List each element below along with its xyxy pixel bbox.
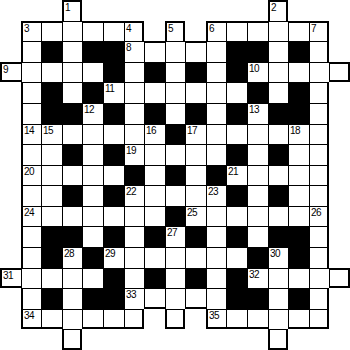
black-cell-r6c15 xyxy=(288,103,309,124)
black-cell-r12c10 xyxy=(185,226,206,247)
clue-number-34: 34 xyxy=(24,310,34,321)
cell-r5c8[interactable] xyxy=(144,82,165,103)
black-cell-r5c15 xyxy=(288,82,309,103)
clue-number-21: 21 xyxy=(228,166,238,177)
cell-r7c7[interactable] xyxy=(124,124,144,144)
cell-r2c7[interactable]: 4 xyxy=(124,21,144,41)
cell-r13c2[interactable] xyxy=(21,247,41,268)
cell-r5c2[interactable] xyxy=(21,82,41,103)
black-cell-r9c9 xyxy=(165,165,185,185)
black-cell-r10c12 xyxy=(226,185,247,206)
cell-r3c11[interactable] xyxy=(206,41,226,62)
black-cell-r10c14 xyxy=(268,185,288,206)
cell-r16c16[interactable] xyxy=(309,309,329,329)
clue-number-26: 26 xyxy=(311,207,321,218)
cell-r6c11[interactable] xyxy=(206,103,226,124)
cell-r14c2[interactable] xyxy=(21,268,41,288)
black-cell-r12c12 xyxy=(226,226,247,247)
cell-r5c9[interactable] xyxy=(165,82,185,103)
cell-r14c16[interactable] xyxy=(309,268,329,288)
clue-number-30: 30 xyxy=(270,248,280,259)
cell-r14c7[interactable] xyxy=(124,268,144,288)
black-cell-r14c8 xyxy=(144,268,165,288)
black-cell-r15c5 xyxy=(82,288,103,309)
clue-number-15: 15 xyxy=(43,125,53,136)
black-cell-r4c8 xyxy=(144,62,165,82)
cell-r5c4[interactable] xyxy=(62,82,82,103)
cell-r2c11[interactable]: 6 xyxy=(206,21,226,41)
black-cell-r3c6 xyxy=(103,41,124,62)
cell-r14c9[interactable] xyxy=(165,268,185,288)
black-cell-r3c3 xyxy=(41,41,62,62)
cell-r11c5[interactable] xyxy=(82,206,103,226)
clue-number-25: 25 xyxy=(187,207,197,218)
black-cell-r11c9 xyxy=(165,206,185,226)
clue-number-10: 10 xyxy=(249,63,259,74)
cell-r10c10[interactable] xyxy=(185,185,206,206)
black-cell-r13c5 xyxy=(82,247,103,268)
cell-r4c2[interactable] xyxy=(21,62,41,82)
cell-r7c2[interactable]: 14 xyxy=(21,124,41,144)
clue-number-19: 19 xyxy=(126,145,136,156)
clue-number-18: 18 xyxy=(290,125,300,136)
cell-r16c11[interactable]: 35 xyxy=(206,309,226,329)
clue-number-24: 24 xyxy=(24,207,34,218)
black-cell-r8c6 xyxy=(103,144,124,165)
cell-r14c15[interactable] xyxy=(288,268,309,288)
cell-r13c7[interactable] xyxy=(124,247,144,268)
cell-r3c14[interactable] xyxy=(268,41,288,62)
cell-r5c16[interactable] xyxy=(309,82,329,103)
cell-r5c10[interactable] xyxy=(185,82,206,103)
cell-r3c7[interactable]: 8 xyxy=(124,41,144,62)
cell-r4c3[interactable] xyxy=(41,62,62,82)
cell-r16c2[interactable]: 34 xyxy=(21,309,41,329)
cell-r11c10[interactable]: 25 xyxy=(185,206,206,226)
cell-r12c2[interactable] xyxy=(21,226,41,247)
cell-r4c11[interactable] xyxy=(206,62,226,82)
black-cell-r3c15 xyxy=(288,41,309,62)
cell-r16c12[interactable] xyxy=(226,309,247,329)
cell-r9c12[interactable]: 21 xyxy=(226,165,247,185)
cell-r1c14[interactable]: 2 xyxy=(268,0,288,21)
black-cell-r12c8 xyxy=(144,226,165,247)
black-cell-r5c13 xyxy=(247,82,268,103)
cell-r13c4[interactable]: 28 xyxy=(62,247,82,268)
cell-r7c6[interactable] xyxy=(103,124,124,144)
cell-r15c4[interactable] xyxy=(62,288,82,309)
cell-r2c15[interactable] xyxy=(288,21,309,41)
cell-r15c14[interactable] xyxy=(268,288,288,309)
clue-number-20: 20 xyxy=(24,166,34,177)
cell-r10c11[interactable]: 23 xyxy=(206,185,226,206)
black-cell-r13c15 xyxy=(288,247,309,268)
clue-number-5: 5 xyxy=(168,23,173,34)
cell-r4c15[interactable] xyxy=(288,62,309,82)
clue-number-16: 16 xyxy=(146,125,156,136)
cell-r10c13[interactable] xyxy=(247,185,268,206)
black-cell-r8c14 xyxy=(268,144,288,165)
clue-number-13: 13 xyxy=(249,104,259,115)
clue-number-12: 12 xyxy=(84,104,94,115)
cell-r2c13[interactable] xyxy=(247,21,268,41)
cell-r8c2[interactable] xyxy=(21,144,41,165)
cell-r11c11[interactable] xyxy=(206,206,226,226)
black-cell-r4c10 xyxy=(185,62,206,82)
cell-r14c5[interactable] xyxy=(82,268,103,288)
cell-r8c5[interactable] xyxy=(82,144,103,165)
cell-r10c5[interactable] xyxy=(82,185,103,206)
cell-r5c14[interactable] xyxy=(268,82,288,103)
cell-r9c6[interactable] xyxy=(103,165,124,185)
black-cell-r4c12 xyxy=(226,62,247,82)
cell-r3c8[interactable] xyxy=(144,41,165,62)
cell-r5c7[interactable] xyxy=(124,82,144,103)
cell-r6c13[interactable]: 13 xyxy=(247,103,268,124)
clue-number-7: 7 xyxy=(311,23,316,34)
cell-r7c15[interactable]: 18 xyxy=(288,124,309,144)
cell-r7c11[interactable] xyxy=(206,124,226,144)
black-cell-r5c5 xyxy=(82,82,103,103)
cell-r11c13[interactable] xyxy=(247,206,268,226)
cell-r2c9[interactable]: 5 xyxy=(165,21,185,41)
black-cell-r6c14 xyxy=(268,103,288,124)
cell-r4c7[interactable] xyxy=(124,62,144,82)
cell-r3c9[interactable] xyxy=(165,41,185,62)
cell-r9c5[interactable] xyxy=(82,165,103,185)
clue-number-2: 2 xyxy=(271,2,276,13)
cell-r16c5[interactable] xyxy=(82,309,103,329)
cell-r1c4[interactable]: 1 xyxy=(62,0,82,21)
cell-r2c3[interactable] xyxy=(41,21,62,41)
cell-r11c15[interactable] xyxy=(288,206,309,226)
black-cell-r3c5 xyxy=(82,41,103,62)
cell-r14c17[interactable] xyxy=(329,268,350,288)
cell-r2c4[interactable] xyxy=(62,21,82,41)
cell-r6c16[interactable] xyxy=(309,103,329,124)
cell-r4c9[interactable] xyxy=(165,62,185,82)
cell-r16c7[interactable] xyxy=(124,309,144,329)
cell-r12c16[interactable] xyxy=(309,226,329,247)
cell-r4c4[interactable] xyxy=(62,62,82,82)
black-cell-r15c15 xyxy=(288,288,309,309)
black-cell-r9c11 xyxy=(206,165,226,185)
black-cell-r12c4 xyxy=(62,226,82,247)
clue-number-35: 35 xyxy=(209,310,219,321)
cell-r16c6[interactable] xyxy=(103,309,124,329)
clue-number-27: 27 xyxy=(167,227,177,238)
black-cell-r12c15 xyxy=(288,226,309,247)
cell-r7c3[interactable]: 15 xyxy=(41,124,62,144)
cell-r11c6[interactable] xyxy=(103,206,124,226)
black-cell-r12c3 xyxy=(41,226,62,247)
black-cell-r6c8 xyxy=(144,103,165,124)
cell-r8c9[interactable] xyxy=(165,144,185,165)
cell-r7c12[interactable] xyxy=(226,124,247,144)
black-cell-r12c14 xyxy=(268,226,288,247)
cell-r2c16[interactable]: 7 xyxy=(309,21,329,41)
clue-number-14: 14 xyxy=(24,125,34,136)
black-cell-r6c6 xyxy=(103,103,124,124)
cell-r10c15[interactable] xyxy=(288,185,309,206)
cell-r7c4[interactable] xyxy=(62,124,82,144)
cell-r7c14[interactable] xyxy=(268,124,288,144)
cell-r11c7[interactable] xyxy=(124,206,144,226)
cell-r8c11[interactable] xyxy=(206,144,226,165)
clue-number-17: 17 xyxy=(187,125,197,136)
cell-r16c15[interactable] xyxy=(288,309,309,329)
black-cell-r10c6 xyxy=(103,185,124,206)
cell-r14c14[interactable] xyxy=(268,268,288,288)
black-cell-r9c7 xyxy=(124,165,144,185)
cell-r3c16[interactable] xyxy=(309,41,329,62)
cell-r10c9[interactable] xyxy=(165,185,185,206)
cell-r3c4[interactable] xyxy=(62,41,82,62)
black-cell-r14c10 xyxy=(185,268,206,288)
cell-r14c13[interactable]: 32 xyxy=(247,268,268,288)
black-cell-r12c6 xyxy=(103,226,124,247)
cell-r12c9[interactable]: 27 xyxy=(165,226,185,247)
clue-number-3: 3 xyxy=(24,23,29,34)
cell-r4c5[interactable] xyxy=(82,62,103,82)
cell-r11c4[interactable] xyxy=(62,206,82,226)
cell-r8c7[interactable]: 19 xyxy=(124,144,144,165)
cell-r14c1[interactable]: 31 xyxy=(0,268,21,288)
clue-number-33: 33 xyxy=(126,289,136,300)
black-cell-r14c12 xyxy=(226,268,247,288)
cell-r3c2[interactable] xyxy=(21,41,41,62)
cell-r2c14[interactable] xyxy=(268,21,288,41)
clue-number-8: 8 xyxy=(126,42,131,53)
cell-r4c1[interactable]: 9 xyxy=(0,62,21,82)
cell-r15c16[interactable] xyxy=(309,288,329,309)
cell-r9c15[interactable] xyxy=(288,165,309,185)
black-cell-r15c6 xyxy=(103,288,124,309)
cell-r13c9[interactable] xyxy=(165,247,185,268)
clue-number-22: 22 xyxy=(126,186,136,197)
cell-r13c8[interactable] xyxy=(144,247,165,268)
cell-r7c8[interactable]: 16 xyxy=(144,124,165,144)
clue-number-9: 9 xyxy=(3,64,8,75)
cell-r13c11[interactable] xyxy=(206,247,226,268)
cell-r15c11[interactable] xyxy=(206,288,226,309)
cell-r4c17[interactable] xyxy=(329,62,350,82)
cell-r14c3[interactable] xyxy=(41,268,62,288)
cell-r16c4[interactable] xyxy=(62,309,82,329)
black-cell-r13c13 xyxy=(247,247,268,268)
cell-r16c9[interactable] xyxy=(165,309,185,329)
cell-r7c13[interactable] xyxy=(247,124,268,144)
cell-r12c7[interactable] xyxy=(124,226,144,247)
clue-number-29: 29 xyxy=(105,248,115,259)
cell-r13c14[interactable]: 30 xyxy=(268,247,288,268)
cell-r8c13[interactable] xyxy=(247,144,268,165)
clue-number-11: 11 xyxy=(105,83,114,94)
cell-r13c12[interactable] xyxy=(226,247,247,268)
cell-r2c12[interactable] xyxy=(226,21,247,41)
cell-r4c14[interactable] xyxy=(268,62,288,82)
cell-r12c5[interactable] xyxy=(82,226,103,247)
cell-r11c8[interactable] xyxy=(144,206,165,226)
cell-r8c15[interactable] xyxy=(288,144,309,165)
cell-r7c16[interactable] xyxy=(309,124,329,144)
black-cell-r14c6 xyxy=(103,268,124,288)
cell-r9c3[interactable] xyxy=(41,165,62,185)
clue-number-23: 23 xyxy=(208,186,218,197)
cell-r15c2[interactable] xyxy=(21,288,41,309)
cell-r2c5[interactable] xyxy=(82,21,103,41)
black-cell-r3c13 xyxy=(247,41,268,62)
cell-r15c8[interactable] xyxy=(144,288,165,309)
cell-r8c16[interactable] xyxy=(309,144,329,165)
cell-r16c13[interactable] xyxy=(247,309,268,329)
cell-r13c6[interactable]: 29 xyxy=(103,247,124,268)
cell-r12c13[interactable] xyxy=(247,226,268,247)
black-cell-r13c3 xyxy=(41,247,62,268)
cell-r6c7[interactable] xyxy=(124,103,144,124)
clue-number-4: 4 xyxy=(126,23,131,34)
cell-r6c5[interactable]: 12 xyxy=(82,103,103,124)
black-cell-r8c4 xyxy=(62,144,82,165)
cell-r4c16[interactable] xyxy=(309,62,329,82)
cell-r17c4[interactable] xyxy=(62,329,82,350)
cell-r15c9[interactable] xyxy=(165,288,185,309)
cell-r8c8[interactable] xyxy=(144,144,165,165)
cell-r3c10[interactable] xyxy=(185,41,206,62)
cell-r15c7[interactable]: 33 xyxy=(124,288,144,309)
cell-r14c11[interactable] xyxy=(206,268,226,288)
cell-r9c2[interactable]: 20 xyxy=(21,165,41,185)
black-cell-r4c6 xyxy=(103,62,124,82)
black-cell-r3c12 xyxy=(226,41,247,62)
black-cell-r6c3 xyxy=(41,103,62,124)
black-cell-r5c3 xyxy=(41,82,62,103)
cell-r11c14[interactable] xyxy=(268,206,288,226)
cell-r8c10[interactable] xyxy=(185,144,206,165)
cell-r11c16[interactable]: 26 xyxy=(309,206,329,226)
cell-r10c8[interactable] xyxy=(144,185,165,206)
cell-r12c11[interactable] xyxy=(206,226,226,247)
cell-r2c2[interactable]: 3 xyxy=(21,21,41,41)
cell-r10c7[interactable]: 22 xyxy=(124,185,144,206)
cell-r7c5[interactable] xyxy=(82,124,103,144)
cell-r10c3[interactable] xyxy=(41,185,62,206)
cell-r17c14[interactable] xyxy=(268,329,288,350)
cell-r9c8[interactable] xyxy=(144,165,165,185)
cell-r7c10[interactable]: 17 xyxy=(185,124,206,144)
cell-r16c3[interactable] xyxy=(41,309,62,329)
cell-r6c2[interactable] xyxy=(21,103,41,124)
cell-r9c13[interactable] xyxy=(247,165,268,185)
clue-number-31: 31 xyxy=(3,270,13,281)
cell-r11c3[interactable] xyxy=(41,206,62,226)
cell-r10c2[interactable] xyxy=(21,185,41,206)
clue-number-1: 1 xyxy=(65,2,70,13)
clue-number-32: 32 xyxy=(249,269,259,280)
cell-r5c6[interactable]: 11 xyxy=(103,82,124,103)
cell-r11c2[interactable]: 24 xyxy=(21,206,41,226)
black-cell-r15c12 xyxy=(226,288,247,309)
black-cell-r6c12 xyxy=(226,103,247,124)
cell-r11c12[interactable] xyxy=(226,206,247,226)
cell-r9c4[interactable] xyxy=(62,165,82,185)
clue-number-28: 28 xyxy=(64,248,74,259)
black-cell-r15c13 xyxy=(247,288,268,309)
black-cell-r8c12 xyxy=(226,144,247,165)
cell-r9c14[interactable] xyxy=(268,165,288,185)
cell-r8c3[interactable] xyxy=(41,144,62,165)
cell-r6c9[interactable] xyxy=(165,103,185,124)
black-cell-r10c4 xyxy=(62,185,82,206)
clue-number-6: 6 xyxy=(209,23,214,34)
cell-r10c16[interactable] xyxy=(309,185,329,206)
black-cell-r6c10 xyxy=(185,103,206,124)
cell-r5c12[interactable] xyxy=(226,82,247,103)
cell-r13c16[interactable] xyxy=(309,247,329,268)
cell-r14c4[interactable] xyxy=(62,268,82,288)
cell-r15c10[interactable] xyxy=(185,288,206,309)
cell-r9c16[interactable] xyxy=(309,165,329,185)
black-cell-r7c9 xyxy=(165,124,185,144)
cell-r13c10[interactable] xyxy=(185,247,206,268)
black-cell-r15c3 xyxy=(41,288,62,309)
cell-r9c10[interactable] xyxy=(185,165,206,185)
cell-r5c11[interactable] xyxy=(206,82,226,103)
cell-r2c6[interactable] xyxy=(103,21,124,41)
cell-r16c14[interactable] xyxy=(268,309,288,329)
cell-r4c13[interactable]: 10 xyxy=(247,62,268,82)
crossword-board: 1234567891011121314151617181920212223242… xyxy=(0,0,350,350)
black-cell-r6c4 xyxy=(62,103,82,124)
